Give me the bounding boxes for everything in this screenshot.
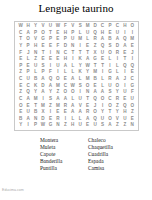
grid-cell-r8c2: P xyxy=(27,70,30,75)
grid-cell-r16c16: N xyxy=(131,123,134,128)
grid-cell-r8c4: P xyxy=(41,70,44,75)
word-list-item: Chaquetilla xyxy=(88,144,113,151)
grid-cell-r8c7: L xyxy=(64,70,67,75)
grid-cell-r6c12: E xyxy=(101,57,104,62)
grid-cell-r9c2: U xyxy=(26,77,29,82)
grid-cell-r16c10: E xyxy=(86,123,89,128)
grid-cell-r16c8: H xyxy=(71,123,74,128)
grid-cell-r7c2: E xyxy=(27,64,30,69)
grid-cell-r2c10: U xyxy=(86,31,89,36)
grid-cell-r6c11: G xyxy=(93,57,97,62)
grid-cell-r6c15: T xyxy=(123,57,126,62)
grid-cell-r8c15: I xyxy=(124,70,125,75)
grid-cell-r4c7: D xyxy=(64,44,67,49)
grid-cell-r13c9: V xyxy=(79,104,82,109)
grid-cell-r12c8: L xyxy=(71,97,74,102)
grid-cell-r7c8: L xyxy=(71,64,74,69)
grid-cell-r15c10: A xyxy=(86,117,89,122)
grid-cell-r15c5: E xyxy=(49,117,52,122)
grid-cell-r14c4: X xyxy=(41,110,44,115)
grid-cell-r1c7: F xyxy=(64,24,67,29)
grid-cell-r9c10: M xyxy=(86,77,90,82)
grid-cell-r1c15: H xyxy=(123,24,126,29)
grid-cell-r10c12: L xyxy=(101,84,104,89)
grid-cell-r9c3: B xyxy=(34,77,37,82)
grid-cell-r14c3: B xyxy=(34,110,37,115)
grid-cell-r2c4: O xyxy=(41,31,45,36)
grid-cell-r6c2: L xyxy=(27,57,30,62)
grid-cell-r13c1: O xyxy=(19,104,23,109)
grid-cell-r16c5: G xyxy=(49,123,53,128)
grid-cell-r12c7: A xyxy=(64,97,67,102)
grid-cell-r11c13: S xyxy=(108,90,111,95)
grid-cell-r2c15: I xyxy=(124,31,125,36)
grid-cell-r10c10: O xyxy=(86,84,90,89)
grid-cell-r5c7: C xyxy=(64,51,67,56)
grid-cell-r15c13: O xyxy=(108,117,112,122)
grid-cell-r11c8: O xyxy=(71,90,75,95)
grid-cell-r6c5: E xyxy=(49,57,52,62)
grid-cell-r12c14: R xyxy=(116,97,119,102)
grid-cell-r6c8: I xyxy=(72,57,73,62)
grid-cell-r6c9: K xyxy=(79,57,82,62)
grid-cell-r13c13: O xyxy=(108,104,112,109)
grid-cell-r5c15: E xyxy=(123,51,126,56)
grid-cell-r15c1: B xyxy=(19,117,22,122)
grid-cell-r2c11: Q xyxy=(93,31,97,36)
grid-cell-r8c5: F xyxy=(49,70,52,75)
grid-cell-r13c11: J xyxy=(94,104,97,109)
grid-cell-r11c6: Z xyxy=(57,90,60,95)
grid-cell-r1c11: D xyxy=(93,24,96,29)
grid-cell-r16c1: Y xyxy=(19,123,22,128)
grid-cell-r10c5: A xyxy=(49,84,52,89)
grid-cell-r14c9: A xyxy=(79,110,82,115)
grid-cell-r7c7: A xyxy=(64,64,67,69)
grid-cell-r11c5: Y xyxy=(49,90,52,95)
word-list-right: ChalecoChaquetillaCuadrillaEspadaCamisa xyxy=(88,137,113,172)
grid-cell-r10c14: O xyxy=(116,84,120,89)
grid-cell-r6c16: I xyxy=(132,57,133,62)
grid-cell-r1c2: H xyxy=(26,24,29,29)
grid-cell-r13c7: R xyxy=(64,104,67,109)
grid-cell-r9c4: A xyxy=(41,77,44,82)
grid-cell-r5c10: T xyxy=(86,51,89,56)
word-list-item: Camisa xyxy=(88,165,113,172)
grid-cell-r15c11: Q xyxy=(93,117,97,122)
grid-cell-r15c15: U xyxy=(123,117,126,122)
grid-cell-r12c1: C xyxy=(19,97,22,102)
source-credit: Educima.com xyxy=(2,188,24,192)
word-list-item: Banderilla xyxy=(40,158,62,165)
grid-cell-r8c16: E xyxy=(131,70,134,75)
grid-cell-r10c6: M xyxy=(56,84,60,89)
grid-cell-r11c3: Y xyxy=(34,90,37,95)
grid-cell-r15c3: N xyxy=(34,117,37,122)
grid-cell-r13c4: M xyxy=(41,104,45,109)
grid-cell-r12c9: U xyxy=(79,97,82,102)
grid-cell-r8c1: Z xyxy=(19,70,22,75)
grid-cell-r3c12: A xyxy=(101,37,104,42)
grid-cell-r4c3: H xyxy=(34,44,37,49)
grid-cell-r10c1: E xyxy=(19,84,22,89)
word-list-item: Muleta xyxy=(40,144,62,151)
grid-cell-r5c13: O xyxy=(108,51,112,56)
grid-cell-r2c13: E xyxy=(108,31,111,36)
grid-cell-r15c9: L xyxy=(79,117,82,122)
grid-cell-r13c14: Z xyxy=(116,104,119,109)
grid-cell-r10c2: C xyxy=(26,84,29,89)
grid-cell-r14c11: O xyxy=(93,110,97,115)
grid-cell-r5c12: U xyxy=(101,51,104,56)
grid-cell-r2c12: H xyxy=(101,31,104,36)
word-list: MonteraMuletaCapoteBanderillaPuntilla Ch… xyxy=(0,137,152,173)
grid-cell-r4c14: D xyxy=(116,44,119,49)
grid-cell-r14c5: I xyxy=(50,110,51,115)
grid-cell-r9c11: B xyxy=(93,77,96,82)
grid-cell-r6c6: E xyxy=(56,57,59,62)
grid-cell-r6c14: I xyxy=(117,57,118,62)
grid-cell-r1c6: W xyxy=(56,24,60,29)
grid-cell-r2c3: P xyxy=(34,31,37,36)
grid-cell-r4c10: E xyxy=(86,44,89,49)
grid-cell-r7c11: T xyxy=(94,64,97,69)
grid-cell-r8c6: I xyxy=(57,70,58,75)
grid-cell-r3c10: L xyxy=(86,37,89,42)
grid-cell-r1c10: M xyxy=(86,24,90,29)
grid-cell-r14c1: E xyxy=(19,110,22,115)
grid-cell-r16c6: N xyxy=(56,123,59,128)
grid-cell-r6c4: E xyxy=(41,57,44,62)
grid-cell-r3c5: P xyxy=(49,37,52,42)
word-list-item: Capote xyxy=(40,151,62,158)
grid-cell-r13c2: E xyxy=(27,104,30,109)
grid-cell-r4c1: Y xyxy=(19,44,22,49)
grid-cell-r12c10: T xyxy=(86,97,89,102)
grid-cell-r11c1: Z xyxy=(19,90,22,95)
grid-cell-r3c8: U xyxy=(71,37,74,42)
grid-cell-r14c15: H xyxy=(123,110,126,115)
grid-cell-r9c1: C xyxy=(19,77,22,82)
grid-cell-r8c11: M xyxy=(93,70,97,75)
grid-cell-r13c10: E xyxy=(86,104,89,109)
grid-cell-r4c11: Z xyxy=(94,44,97,49)
grid-cell-r5c1: F xyxy=(19,51,22,56)
grid-cell-r14c6: E xyxy=(56,110,59,115)
grid-cell-r10c8: W xyxy=(71,84,75,89)
grid-cell-r9c8: A xyxy=(71,77,74,82)
word-list-item: Montera xyxy=(40,137,62,144)
grid-cell-r8c12: I xyxy=(102,70,103,75)
grid-cell-r9c12: L xyxy=(101,77,104,82)
grid-cell-r11c10: N xyxy=(86,90,89,95)
grid-cell-r9c5: Q xyxy=(49,77,53,82)
grid-cell-r6c10: A xyxy=(86,57,89,62)
grid-cell-r16c13: A xyxy=(108,123,111,128)
page-title: Lenguaje taurino xyxy=(0,2,152,14)
grid-cell-r2c5: T xyxy=(49,31,52,36)
grid-cell-r7c4: S xyxy=(41,64,44,69)
grid-cell-r12c4: I xyxy=(42,97,43,102)
grid-cell-r16c15: Z xyxy=(123,123,126,128)
grid-cell-r11c2: Q xyxy=(26,90,30,95)
word-list-item: Chaleco xyxy=(88,137,113,144)
grid-cell-r3c6: E xyxy=(56,37,59,42)
grid-cell-r14c2: U xyxy=(26,110,29,115)
grid-cell-r10c16: G xyxy=(130,84,134,89)
grid-cell-r10c13: U xyxy=(108,84,111,89)
grid-cell-r4c16: E xyxy=(131,44,134,49)
grid-cell-r5c6: N xyxy=(56,51,59,56)
grid-cell-r2c16: I xyxy=(132,31,133,36)
grid-cell-r3c4: G xyxy=(41,37,45,42)
grid-cell-r2c6: E xyxy=(56,31,59,36)
grid-cell-r2c1: C xyxy=(19,31,22,36)
grid-cell-r8c8: L xyxy=(71,70,74,75)
grid-cell-r4c12: Q xyxy=(101,44,105,49)
grid-cell-r15c12: U xyxy=(101,117,104,122)
grid-cell-r12c13: C xyxy=(108,97,111,102)
grid-cell-r12c11: Q xyxy=(93,97,97,102)
grid-cell-r1c8: V xyxy=(71,24,74,29)
grid-cell-r16c2: I xyxy=(28,123,29,128)
grid-cell-r5c4: T xyxy=(42,51,45,56)
grid-cell-r3c15: Q xyxy=(123,37,127,42)
grid-cell-r10c15: I xyxy=(124,84,125,89)
grid-cell-r10c4: D xyxy=(41,84,44,89)
grid-cell-r11c4: A xyxy=(41,90,44,95)
grid-cell-r3c14: A xyxy=(116,37,119,42)
grid-cell-r13c12: I xyxy=(102,104,103,109)
grid-cell-r3c1: T xyxy=(19,37,22,42)
grid-cell-r12c6: A xyxy=(56,97,59,102)
grid-cell-r5c8: T xyxy=(71,51,74,56)
grid-cell-r9c6: O xyxy=(56,77,60,82)
grid-cell-r7c10: W xyxy=(85,64,89,69)
grid-cell-r9c16: C xyxy=(131,77,134,82)
grid-cell-r16c14: Z xyxy=(116,123,119,128)
grid-cell-r8c14: L xyxy=(116,70,119,75)
grid-cell-r14c7: E xyxy=(64,110,67,115)
grid-cell-r9c7: E xyxy=(64,77,67,82)
grid-cell-r7c13: I xyxy=(109,64,110,69)
grid-cell-r13c6: M xyxy=(56,104,60,109)
grid-cell-r2c9: L xyxy=(79,31,82,36)
grid-cell-r15c14: V xyxy=(116,117,119,122)
word-list-item: Cuadrilla xyxy=(88,151,113,158)
grid-cell-r3c3: V xyxy=(34,37,37,42)
grid-cell-r11c11: A xyxy=(93,90,96,95)
grid-cell-r10c11: E xyxy=(94,84,97,89)
grid-cell-r4c9: I xyxy=(80,44,81,49)
grid-cell-r9c14: A xyxy=(116,77,119,82)
grid-cell-r10c7: C xyxy=(64,84,67,89)
grid-cell-r12c2: A xyxy=(26,97,29,102)
grid-cell-r16c9: U xyxy=(79,123,82,128)
grid-cell-r7c16: Q xyxy=(130,64,134,69)
grid-cell-r3c2: O xyxy=(26,37,30,42)
grid-cell-r4c4: E xyxy=(41,44,44,49)
grid-cell-r1c3: Y xyxy=(34,24,37,29)
grid-cell-r6c7: H xyxy=(64,57,67,62)
grid-cell-r1c5: U xyxy=(49,24,52,29)
grid-cell-r9c13: R xyxy=(108,77,111,82)
grid-cell-r7c12: T xyxy=(101,64,104,69)
grid-cell-r15c8: L xyxy=(71,117,74,122)
grid-cell-r4c6: F xyxy=(57,44,60,49)
grid-cell-r15c4: D xyxy=(41,117,44,122)
grid-cell-r3c7: P xyxy=(64,37,67,42)
grid-cell-r3c11: R xyxy=(93,37,96,42)
grid-cell-r7c9: Y xyxy=(79,64,82,69)
grid-cell-r7c15: Q xyxy=(123,64,127,69)
grid-cell-r13c5: Z xyxy=(49,104,52,109)
grid-cell-r5c16: J xyxy=(131,51,134,56)
grid-cell-r2c8: P xyxy=(71,31,74,36)
grid-cell-r12c3: M xyxy=(34,97,38,102)
grid-cell-r9c15: J xyxy=(124,77,127,82)
word-list-item: Espada xyxy=(88,158,113,165)
grid-cell-r6c3: Z xyxy=(34,57,37,62)
grid-cell-r4c8: N xyxy=(71,44,74,49)
grid-cell-r16c11: U xyxy=(93,123,96,128)
grid-cell-r11c15: U xyxy=(123,90,126,95)
grid-cell-r7c14: L xyxy=(116,64,119,69)
grid-cell-r8c3: L xyxy=(34,70,37,75)
grid-cell-r4c15: A xyxy=(123,44,126,49)
grid-cell-r12c5: S xyxy=(49,97,52,102)
grid-cell-r13c16: O xyxy=(130,104,134,109)
grid-cell-r11c16: F xyxy=(131,90,134,95)
grid-cell-r4c5: E xyxy=(49,44,52,49)
word-list-item: Puntilla xyxy=(40,165,62,172)
grid-cell-r5c11: X xyxy=(94,51,97,56)
grid-cell-r5c14: R xyxy=(116,51,119,56)
grid-cell-r15c7: I xyxy=(65,117,66,122)
grid-cell-r5c5: I xyxy=(50,51,51,56)
grid-cell-r1c9: S xyxy=(79,24,82,29)
grid-cell-r15c6: R xyxy=(56,117,59,122)
grid-cell-r1c13: P xyxy=(108,24,111,29)
grid-cell-r14c10: R xyxy=(86,110,89,115)
grid-cell-r4c13: S xyxy=(108,44,111,49)
grid-cell-r6c13: L xyxy=(109,57,112,62)
grid-cell-r5c3: N xyxy=(34,51,37,56)
grid-cell-r2c7: H xyxy=(64,31,67,36)
grid-cell-r1c1: W xyxy=(19,24,23,29)
grid-cell-r2c14: U xyxy=(116,31,119,36)
grid-cell-r2c2: A xyxy=(26,31,29,36)
grid-cell-r16c3: P xyxy=(34,123,37,128)
grid-cell-r16c12: S xyxy=(101,123,104,128)
grid-cell-r1c12: C xyxy=(101,24,104,29)
grid-cell-r3c9: M xyxy=(78,37,82,42)
grid-cell-r3c16: M xyxy=(130,37,134,42)
grid-cell-r8c9: K xyxy=(79,70,82,75)
grid-cell-r7c3: U xyxy=(34,64,37,69)
grid-cell-r13c15: Q xyxy=(123,104,127,109)
grid-cell-r5c2: J xyxy=(27,51,30,56)
grid-cell-r6c1: E xyxy=(19,57,22,62)
grid-cell-r13c8: A xyxy=(71,104,74,109)
grid-cell-r5c9: T xyxy=(79,51,82,56)
grid-cell-r7c5: I xyxy=(50,64,51,69)
grid-cell-r11c12: A xyxy=(101,90,104,95)
grid-cell-r10c3: K xyxy=(34,84,37,89)
grid-cell-r10c9: S xyxy=(79,84,82,89)
word-list-left: MonteraMuletaCapoteBanderillaPuntilla xyxy=(40,137,62,172)
grid-cell-r13c3: T xyxy=(34,104,37,109)
grid-cell-r11c9: I xyxy=(80,90,81,95)
grid-cell-r16c4: W xyxy=(41,123,45,128)
grid-cell-r15c2: A xyxy=(26,117,29,122)
grid-cell-r7c6: U xyxy=(56,64,59,69)
grid-cell-r12c12: O xyxy=(101,97,105,102)
grid-cell-r14c8: A xyxy=(71,110,74,115)
grid-cell-r12c15: E xyxy=(123,97,126,102)
grid-cell-r14c12: Y xyxy=(101,110,104,115)
grid-cell-r11c14: Y xyxy=(116,90,119,95)
word-search-grid: WHYVUWFVSMDCPCHOCAPOTEHPLUQHEUIITOVGPEPU… xyxy=(14,21,139,131)
grid-cell-r1c16: O xyxy=(130,24,134,29)
grid-cell-r3c13: B xyxy=(108,37,111,42)
grid-cell-r9c9: L xyxy=(79,77,82,82)
grid-cell-r15c16: E xyxy=(131,117,134,122)
grid-cell-r1c4: V xyxy=(41,24,44,29)
grid-cell-r8c13: G xyxy=(108,70,112,75)
grid-cell-r14c13: T xyxy=(109,110,112,115)
grid-cell-r14c14: Y xyxy=(116,110,119,115)
grid-cell-r11c7: O xyxy=(64,90,68,95)
grid-cell-r4c2: P xyxy=(27,44,30,49)
grid-cell-r7c1: P xyxy=(19,64,22,69)
grid-cell-r14c16: Z xyxy=(131,110,134,115)
grid-cell-r8c10: Y xyxy=(86,70,89,75)
grid-cell-r16c7: Z xyxy=(64,123,67,128)
grid-cell-r12c16: U xyxy=(131,97,134,102)
grid-cell-r1c14: C xyxy=(116,24,119,29)
